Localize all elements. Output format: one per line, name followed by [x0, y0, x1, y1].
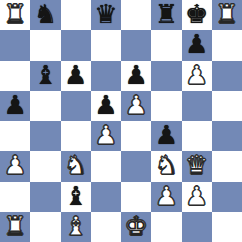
square-b6[interactable]: ♝ [30, 61, 60, 91]
square-h2[interactable] [212, 182, 242, 212]
square-g7[interactable]: ♟ [182, 30, 212, 60]
white-king[interactable]: ♚ [124, 213, 147, 239]
white-pawn[interactable]: ♟ [185, 62, 208, 88]
square-b1[interactable] [30, 212, 60, 242]
white-bishop[interactable]: ♝ [64, 213, 87, 239]
black-pawn[interactable]: ♟ [185, 31, 208, 57]
square-f6[interactable] [151, 61, 181, 91]
white-pawn[interactable]: ♟ [94, 122, 117, 148]
square-a3[interactable]: ♟ [0, 151, 30, 181]
square-d2[interactable] [91, 182, 121, 212]
black-queen[interactable]: ♛ [94, 1, 117, 27]
square-f2[interactable]: ♟ [151, 182, 181, 212]
square-f5[interactable] [151, 91, 181, 121]
square-a7[interactable] [0, 30, 30, 60]
square-a4[interactable] [0, 121, 30, 151]
black-pawn[interactable]: ♟ [94, 92, 117, 118]
square-f4[interactable]: ♟ [151, 121, 181, 151]
square-a1[interactable]: ♜ [0, 212, 30, 242]
square-b5[interactable] [30, 91, 60, 121]
white-rook[interactable]: ♜ [3, 213, 26, 239]
square-a8[interactable]: ♜ [0, 0, 30, 30]
square-g6[interactable]: ♟ [182, 61, 212, 91]
white-queen[interactable]: ♛ [185, 152, 208, 178]
square-g3[interactable]: ♛ [182, 151, 212, 181]
square-c5[interactable] [61, 91, 91, 121]
square-d8[interactable]: ♛ [91, 0, 121, 30]
square-f8[interactable]: ♜ [151, 0, 181, 30]
black-pawn[interactable]: ♟ [64, 62, 87, 88]
square-h4[interactable] [212, 121, 242, 151]
square-d3[interactable] [91, 151, 121, 181]
square-b4[interactable] [30, 121, 60, 151]
square-g2[interactable]: ♟ [182, 182, 212, 212]
square-a5[interactable]: ♟ [0, 91, 30, 121]
black-pawn[interactable]: ♟ [155, 122, 178, 148]
square-c6[interactable]: ♟ [61, 61, 91, 91]
white-pawn[interactable]: ♟ [3, 152, 26, 178]
square-h7[interactable] [212, 30, 242, 60]
black-pawn[interactable]: ♟ [124, 62, 147, 88]
square-a2[interactable] [0, 182, 30, 212]
white-pawn[interactable]: ♟ [124, 92, 147, 118]
square-b3[interactable] [30, 151, 60, 181]
chess-board: ♜♞♛♜♚♜♟♝♟♟♟♟♟♟♟♟♟♞♞♛♝♟♟♜♝♚ [0, 0, 242, 242]
black-rook[interactable]: ♜ [155, 1, 178, 27]
square-f7[interactable] [151, 30, 181, 60]
square-d4[interactable]: ♟ [91, 121, 121, 151]
white-pawn[interactable]: ♟ [155, 183, 178, 209]
white-rook[interactable]: ♜ [3, 1, 26, 27]
square-h3[interactable] [212, 151, 242, 181]
square-c3[interactable]: ♞ [61, 151, 91, 181]
square-c4[interactable] [61, 121, 91, 151]
black-bishop[interactable]: ♝ [34, 62, 57, 88]
white-knight[interactable]: ♞ [155, 152, 178, 178]
square-h5[interactable] [212, 91, 242, 121]
square-f1[interactable] [151, 212, 181, 242]
black-knight[interactable]: ♞ [34, 1, 57, 27]
square-b8[interactable]: ♞ [30, 0, 60, 30]
square-c8[interactable] [61, 0, 91, 30]
square-d6[interactable] [91, 61, 121, 91]
square-a6[interactable] [0, 61, 30, 91]
square-e2[interactable] [121, 182, 151, 212]
black-king[interactable]: ♚ [185, 1, 208, 27]
square-e5[interactable]: ♟ [121, 91, 151, 121]
square-e1[interactable]: ♚ [121, 212, 151, 242]
square-b7[interactable] [30, 30, 60, 60]
square-e8[interactable] [121, 0, 151, 30]
square-h1[interactable] [212, 212, 242, 242]
square-e3[interactable] [121, 151, 151, 181]
square-c7[interactable] [61, 30, 91, 60]
square-h6[interactable] [212, 61, 242, 91]
square-c2[interactable]: ♝ [61, 182, 91, 212]
square-b2[interactable] [30, 182, 60, 212]
square-h8[interactable]: ♜ [212, 0, 242, 30]
white-rook[interactable]: ♜ [215, 1, 238, 27]
black-pawn[interactable]: ♟ [3, 92, 26, 118]
square-g4[interactable] [182, 121, 212, 151]
square-d7[interactable] [91, 30, 121, 60]
square-f3[interactable]: ♞ [151, 151, 181, 181]
square-g5[interactable] [182, 91, 212, 121]
black-bishop[interactable]: ♝ [64, 183, 87, 209]
square-d1[interactable] [91, 212, 121, 242]
square-e4[interactable] [121, 121, 151, 151]
square-g1[interactable] [182, 212, 212, 242]
white-knight[interactable]: ♞ [64, 152, 87, 178]
square-g8[interactable]: ♚ [182, 0, 212, 30]
square-d5[interactable]: ♟ [91, 91, 121, 121]
square-e6[interactable]: ♟ [121, 61, 151, 91]
white-pawn[interactable]: ♟ [185, 183, 208, 209]
square-e7[interactable] [121, 30, 151, 60]
square-c1[interactable]: ♝ [61, 212, 91, 242]
